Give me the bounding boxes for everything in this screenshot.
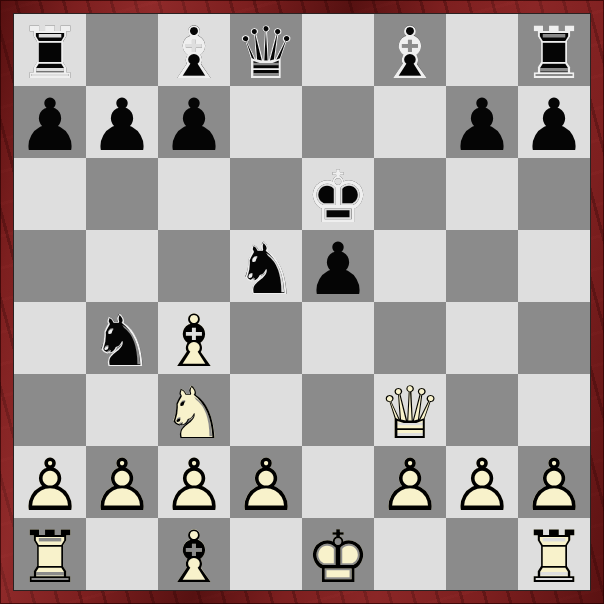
piece-white-pawn: ♟♙ [158,446,230,518]
square-c8[interactable]: ♝♗ [158,14,230,86]
square-e6[interactable]: ♚♔ [302,158,374,230]
square-h4[interactable] [518,302,590,374]
white-bishop-icon: ♝ [158,305,230,377]
square-g7[interactable]: ♟♙ [446,86,518,158]
square-b4[interactable]: ♞♘ [86,302,158,374]
square-e8[interactable] [302,14,374,86]
square-g6[interactable] [446,158,518,230]
square-e3[interactable] [302,374,374,446]
square-h6[interactable] [518,158,590,230]
white-pawn-icon: ♟ [446,449,518,521]
white-pawn-outline-icon: ♙ [374,449,446,521]
square-b1[interactable] [86,518,158,590]
square-d8[interactable]: ♛♕ [230,14,302,86]
black-queen-icon: ♛ [230,17,302,89]
square-d4[interactable] [230,302,302,374]
square-f6[interactable] [374,158,446,230]
square-b6[interactable] [86,158,158,230]
square-d5[interactable]: ♞♘ [230,230,302,302]
square-g5[interactable] [446,230,518,302]
piece-black-pawn: ♟♙ [518,86,590,158]
square-d6[interactable] [230,158,302,230]
piece-white-pawn: ♟♙ [374,446,446,518]
square-h5[interactable] [518,230,590,302]
white-pawn-icon: ♟ [86,449,158,521]
square-b8[interactable] [86,14,158,86]
piece-black-king: ♚♔ [302,158,374,230]
white-knight-icon: ♞ [158,377,230,449]
square-g3[interactable] [446,374,518,446]
black-bishop-outline-icon: ♗ [374,17,446,89]
white-queen-icon: ♛ [374,377,446,449]
square-f5[interactable] [374,230,446,302]
black-knight-outline-icon: ♘ [230,233,302,305]
white-king-icon: ♚ [302,521,374,593]
black-rook-outline-icon: ♖ [14,17,86,89]
white-pawn-icon: ♟ [374,449,446,521]
square-c4[interactable]: ♝♗ [158,302,230,374]
square-f2[interactable]: ♟♙ [374,446,446,518]
square-h8[interactable]: ♜♖ [518,14,590,86]
square-e1[interactable]: ♚♔ [302,518,374,590]
square-c7[interactable]: ♟♙ [158,86,230,158]
white-queen-outline-icon: ♕ [374,377,446,449]
square-b3[interactable] [86,374,158,446]
square-h7[interactable]: ♟♙ [518,86,590,158]
white-bishop-outline-icon: ♗ [158,521,230,593]
black-pawn-icon: ♟ [158,89,230,161]
square-g1[interactable] [446,518,518,590]
square-h3[interactable] [518,374,590,446]
square-e7[interactable] [302,86,374,158]
piece-white-pawn: ♟♙ [446,446,518,518]
piece-white-rook: ♜♖ [14,518,86,590]
black-king-outline-icon: ♔ [302,161,374,233]
black-knight-outline-icon: ♘ [86,305,158,377]
black-rook-outline-icon: ♖ [518,17,590,89]
square-a1[interactable]: ♜♖ [14,518,86,590]
square-d1[interactable] [230,518,302,590]
square-a7[interactable]: ♟♙ [14,86,86,158]
black-rook-icon: ♜ [518,17,590,89]
square-a2[interactable]: ♟♙ [14,446,86,518]
piece-black-pawn: ♟♙ [14,86,86,158]
piece-white-pawn: ♟♙ [230,446,302,518]
square-c2[interactable]: ♟♙ [158,446,230,518]
square-a5[interactable] [14,230,86,302]
piece-black-rook: ♜♖ [14,14,86,86]
white-pawn-outline-icon: ♙ [518,449,590,521]
square-e2[interactable] [302,446,374,518]
square-h2[interactable]: ♟♙ [518,446,590,518]
white-pawn-icon: ♟ [14,449,86,521]
piece-black-knight: ♞♘ [230,230,302,302]
black-bishop-outline-icon: ♗ [158,17,230,89]
square-b5[interactable] [86,230,158,302]
black-pawn-icon: ♟ [86,89,158,161]
piece-white-queen: ♛♕ [374,374,446,446]
square-g2[interactable]: ♟♙ [446,446,518,518]
black-bishop-icon: ♝ [374,17,446,89]
white-pawn-outline-icon: ♙ [230,449,302,521]
white-pawn-icon: ♟ [518,449,590,521]
square-f1[interactable] [374,518,446,590]
black-bishop-icon: ♝ [158,17,230,89]
piece-white-pawn: ♟♙ [518,446,590,518]
square-b2[interactable]: ♟♙ [86,446,158,518]
piece-black-rook: ♜♖ [518,14,590,86]
square-a4[interactable] [14,302,86,374]
white-rook-outline-icon: ♖ [518,521,590,593]
square-f4[interactable] [374,302,446,374]
white-pawn-outline-icon: ♙ [446,449,518,521]
square-c5[interactable] [158,230,230,302]
piece-black-knight: ♞♘ [86,302,158,374]
piece-black-pawn: ♟♙ [86,86,158,158]
square-d3[interactable] [230,374,302,446]
square-c1[interactable]: ♝♗ [158,518,230,590]
piece-black-bishop: ♝♗ [374,14,446,86]
white-rook-icon: ♜ [14,521,86,593]
square-e5[interactable]: ♟♙ [302,230,374,302]
black-pawn-icon: ♟ [518,89,590,161]
white-knight-outline-icon: ♘ [158,377,230,449]
piece-black-queen: ♛♕ [230,14,302,86]
square-a6[interactable] [14,158,86,230]
white-bishop-icon: ♝ [158,521,230,593]
black-queen-outline-icon: ♕ [230,17,302,89]
square-h1[interactable]: ♜♖ [518,518,590,590]
square-d2[interactable]: ♟♙ [230,446,302,518]
white-pawn-outline-icon: ♙ [158,449,230,521]
black-pawn-icon: ♟ [14,89,86,161]
square-f3[interactable]: ♛♕ [374,374,446,446]
square-b7[interactable]: ♟♙ [86,86,158,158]
piece-white-knight: ♞♘ [158,374,230,446]
square-d7[interactable] [230,86,302,158]
white-bishop-outline-icon: ♗ [158,305,230,377]
black-pawn-icon: ♟ [446,89,518,161]
white-rook-outline-icon: ♖ [14,521,86,593]
black-pawn-icon: ♟ [302,233,374,305]
piece-white-bishop: ♝♗ [158,302,230,374]
black-knight-icon: ♞ [86,305,158,377]
white-king-outline-icon: ♔ [302,521,374,593]
square-c6[interactable] [158,158,230,230]
piece-white-bishop: ♝♗ [158,518,230,590]
square-g8[interactable] [446,14,518,86]
square-a8[interactable]: ♜♖ [14,14,86,86]
piece-white-pawn: ♟♙ [14,446,86,518]
black-knight-icon: ♞ [230,233,302,305]
square-f8[interactable]: ♝♗ [374,14,446,86]
piece-white-king: ♚♔ [302,518,374,590]
piece-white-rook: ♜♖ [518,518,590,590]
chess-board: ♜♖♝♗♛♕♝♗♜♖♟♙♟♙♟♙♟♙♟♙♚♔♞♘♟♙♞♘♝♗♞♘♛♕♟♙♟♙♟♙… [14,14,590,590]
black-king-icon: ♚ [302,161,374,233]
black-rook-icon: ♜ [14,17,86,89]
piece-black-pawn: ♟♙ [446,86,518,158]
white-rook-icon: ♜ [518,521,590,593]
square-e4[interactable] [302,302,374,374]
board-frame: ♜♖♝♗♛♕♝♗♜♖♟♙♟♙♟♙♟♙♟♙♚♔♞♘♟♙♞♘♝♗♞♘♛♕♟♙♟♙♟♙… [0,0,604,604]
square-a3[interactable] [14,374,86,446]
square-c3[interactable]: ♞♘ [158,374,230,446]
piece-black-pawn: ♟♙ [302,230,374,302]
white-pawn-icon: ♟ [158,449,230,521]
piece-white-pawn: ♟♙ [86,446,158,518]
white-pawn-outline-icon: ♙ [86,449,158,521]
piece-black-pawn: ♟♙ [158,86,230,158]
square-f7[interactable] [374,86,446,158]
square-g4[interactable] [446,302,518,374]
white-pawn-outline-icon: ♙ [14,449,86,521]
piece-black-bishop: ♝♗ [158,14,230,86]
white-pawn-icon: ♟ [230,449,302,521]
